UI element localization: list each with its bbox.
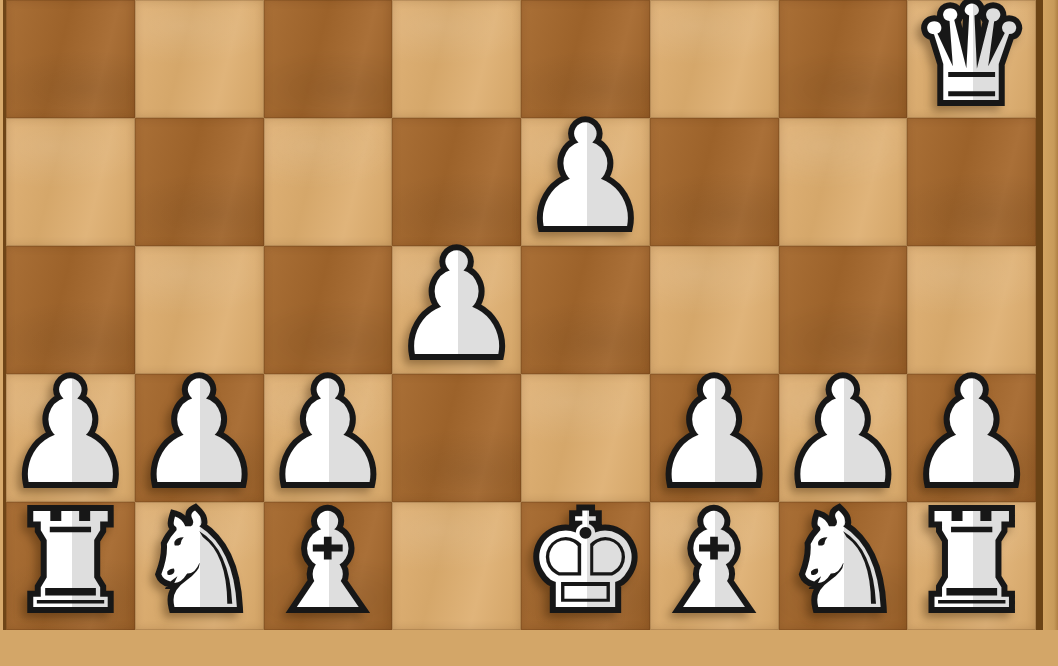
square-f2[interactable]: ♟♟	[650, 374, 779, 502]
piece-white-pawn[interactable]: ♟♟	[650, 362, 777, 504]
chess-board: ♛♛♟♟♟♟♟♟♟♟♟♟♟♟♟♟♟♟♜♜♞♞♝♝♚♚♝♝♞♞♜♜	[6, 0, 1036, 630]
square-c5[interactable]	[264, 0, 393, 118]
rook-glyph: ♜	[11, 484, 129, 638]
knight-glyph: ♞	[784, 484, 902, 638]
square-c2[interactable]: ♟♟	[264, 374, 393, 502]
board-frame-bottom	[0, 630, 1058, 666]
pawn-glyph: ♟	[522, 94, 649, 259]
square-h2[interactable]: ♟♟	[907, 374, 1036, 502]
board-frame-right	[1036, 0, 1058, 630]
piece-white-pawn[interactable]: ♟♟	[522, 106, 649, 248]
square-g4[interactable]	[779, 118, 908, 246]
square-h4[interactable]	[907, 118, 1036, 246]
knight-glyph: ♞	[140, 484, 258, 638]
queen-glyph: ♛	[912, 0, 1030, 131]
square-c4[interactable]	[264, 118, 393, 246]
bishop-glyph: ♝	[269, 484, 387, 638]
square-h1[interactable]: ♜♜	[907, 502, 1036, 630]
piece-white-pawn[interactable]: ♟♟	[7, 362, 134, 504]
square-d1[interactable]	[392, 502, 521, 630]
square-b5[interactable]	[135, 0, 264, 118]
piece-white-king[interactable]: ♚♚	[526, 495, 644, 627]
square-e3[interactable]	[521, 246, 650, 374]
square-e2[interactable]	[521, 374, 650, 502]
square-f4[interactable]	[650, 118, 779, 246]
square-b1[interactable]: ♞♞	[135, 502, 264, 630]
square-g5[interactable]	[779, 0, 908, 118]
square-c1[interactable]: ♝♝	[264, 502, 393, 630]
chess-app-window: ♛♛♟♟♟♟♟♟♟♟♟♟♟♟♟♟♟♟♜♜♞♞♝♝♚♚♝♝♞♞♜♜	[0, 0, 1058, 666]
square-a1[interactable]: ♜♜	[6, 502, 135, 630]
piece-white-bishop[interactable]: ♝♝	[655, 495, 773, 627]
piece-white-knight[interactable]: ♞♞	[784, 495, 902, 627]
king-glyph: ♚	[526, 484, 644, 638]
pawn-glyph: ♟	[393, 222, 520, 387]
square-e1[interactable]: ♚♚	[521, 502, 650, 630]
square-d3[interactable]: ♟♟	[392, 246, 521, 374]
square-a4[interactable]	[6, 118, 135, 246]
piece-white-pawn[interactable]: ♟♟	[135, 362, 262, 504]
square-b2[interactable]: ♟♟	[135, 374, 264, 502]
square-d2[interactable]	[392, 374, 521, 502]
piece-white-rook[interactable]: ♜♜	[11, 495, 129, 627]
square-f1[interactable]: ♝♝	[650, 502, 779, 630]
square-h5[interactable]: ♛♛	[907, 0, 1036, 118]
square-a5[interactable]	[6, 0, 135, 118]
square-e4[interactable]: ♟♟	[521, 118, 650, 246]
rook-glyph: ♜	[912, 484, 1030, 638]
piece-white-pawn[interactable]: ♟♟	[264, 362, 391, 504]
piece-white-pawn[interactable]: ♟♟	[393, 234, 520, 376]
square-d5[interactable]	[392, 0, 521, 118]
square-a2[interactable]: ♟♟	[6, 374, 135, 502]
piece-white-bishop[interactable]: ♝♝	[269, 495, 387, 627]
square-b4[interactable]	[135, 118, 264, 246]
square-f5[interactable]	[650, 0, 779, 118]
board-frame-left	[0, 0, 6, 630]
piece-white-pawn[interactable]: ♟♟	[779, 362, 906, 504]
piece-white-queen[interactable]: ♛♛	[912, 0, 1030, 120]
piece-white-pawn[interactable]: ♟♟	[908, 362, 1035, 504]
piece-white-rook[interactable]: ♜♜	[912, 495, 1030, 627]
bishop-glyph: ♝	[655, 484, 773, 638]
piece-white-knight[interactable]: ♞♞	[140, 495, 258, 627]
square-g1[interactable]: ♞♞	[779, 502, 908, 630]
square-g2[interactable]: ♟♟	[779, 374, 908, 502]
